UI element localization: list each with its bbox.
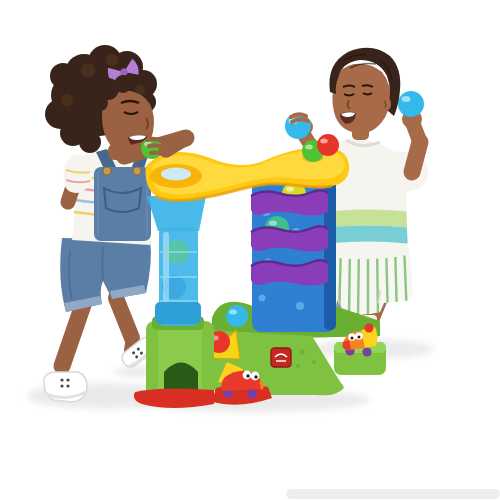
scene-illustration bbox=[0, 0, 500, 500]
ball-blue-on-base bbox=[226, 305, 248, 327]
ball-highlight bbox=[286, 186, 294, 191]
purple-ramps bbox=[251, 190, 328, 285]
boy-face bbox=[332, 64, 390, 134]
girl-button-left bbox=[103, 167, 111, 175]
ball-highlight bbox=[320, 139, 328, 144]
girl-head bbox=[45, 45, 157, 157]
ball-red-on-tray bbox=[317, 134, 339, 156]
ramp-tower bbox=[251, 168, 336, 332]
girl-left-leg bbox=[62, 302, 84, 366]
ball-highlight bbox=[305, 145, 313, 150]
girl-shorts bbox=[60, 238, 151, 312]
girl bbox=[44, 45, 159, 402]
girl-bib bbox=[94, 167, 151, 241]
tray-funnel-hole bbox=[161, 168, 191, 181]
tube-bottom-cap bbox=[155, 302, 201, 324]
ball-highlight bbox=[269, 220, 277, 225]
boy-head bbox=[329, 48, 400, 134]
girl-shorts-body bbox=[60, 238, 151, 312]
girl-hand bbox=[159, 143, 174, 158]
ball-cyan-raised bbox=[398, 91, 424, 117]
step2-logo-badge bbox=[271, 348, 291, 367]
ball-tube bbox=[147, 196, 206, 330]
arch-tower bbox=[134, 321, 214, 408]
shadow-strip-bottom-right bbox=[286, 489, 500, 499]
ball-highlight bbox=[229, 309, 237, 314]
product-photo bbox=[0, 0, 500, 500]
girl-right-leg bbox=[116, 298, 132, 338]
girl-button-right bbox=[133, 167, 141, 175]
ball-highlight bbox=[402, 96, 411, 102]
ball-in-car bbox=[365, 324, 374, 333]
